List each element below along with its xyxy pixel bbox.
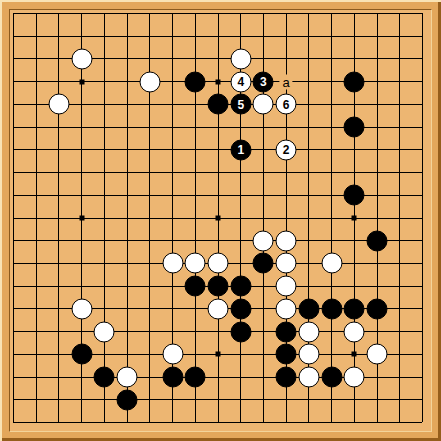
stone-white: [162, 344, 183, 365]
stone-black: [253, 253, 274, 274]
stone-white: [208, 253, 229, 274]
grid-line-vertical: [422, 13, 423, 422]
stone-black: [208, 94, 229, 115]
star-point: [79, 216, 84, 221]
stone-black: [208, 276, 229, 297]
stone-black: [230, 298, 251, 319]
stone-black-move-3: 3: [253, 71, 274, 92]
stone-black: [344, 185, 365, 206]
grid-line-vertical: [399, 13, 400, 422]
stone-black: [321, 298, 342, 319]
grid-line-vertical: [331, 13, 332, 422]
stone-white: [298, 344, 319, 365]
stone-white: [253, 94, 274, 115]
stone-white: [276, 230, 297, 251]
stone-white: [185, 253, 206, 274]
stone-black-move-1: 1: [230, 139, 251, 160]
stone-white: [71, 48, 92, 69]
letter-mark-a: a: [280, 74, 293, 89]
star-point: [79, 79, 84, 84]
stone-white: [208, 298, 229, 319]
stone-white: [48, 94, 69, 115]
stone-white: [94, 321, 115, 342]
stone-black: [185, 367, 206, 388]
stone-black-move-5: 5: [230, 94, 251, 115]
stone-black: [276, 367, 297, 388]
star-point: [352, 352, 357, 357]
stone-white: [344, 321, 365, 342]
go-board-diagram: 435612a: [0, 0, 441, 441]
stone-white: [276, 276, 297, 297]
stone-black: [185, 71, 206, 92]
stone-white: [298, 367, 319, 388]
stone-white-move-2: 2: [276, 139, 297, 160]
stone-white: [71, 298, 92, 319]
stone-black: [367, 230, 388, 251]
stone-black: [185, 276, 206, 297]
star-point: [216, 352, 221, 357]
stone-white: [117, 367, 138, 388]
grid-line-horizontal: [13, 422, 422, 423]
stone-black: [117, 389, 138, 410]
star-point: [352, 216, 357, 221]
stone-black: [298, 298, 319, 319]
star-point: [216, 79, 221, 84]
stone-black: [344, 117, 365, 138]
stone-white: [139, 71, 160, 92]
stone-black: [344, 71, 365, 92]
board-surface: 435612a: [13, 13, 422, 422]
stone-white: [344, 367, 365, 388]
stone-black: [230, 276, 251, 297]
stone-black: [367, 298, 388, 319]
stone-white: [253, 230, 274, 251]
grid-line-horizontal: [13, 399, 422, 400]
stone-black: [94, 367, 115, 388]
stone-black: [71, 344, 92, 365]
stone-black: [321, 367, 342, 388]
stone-black: [162, 367, 183, 388]
star-point: [216, 216, 221, 221]
stone-white: [321, 253, 342, 274]
stone-white: [276, 298, 297, 319]
stone-white: [298, 321, 319, 342]
stone-white: [367, 344, 388, 365]
stone-black: [276, 344, 297, 365]
stone-white: [162, 253, 183, 274]
stone-black: [344, 298, 365, 319]
stone-black: [276, 321, 297, 342]
stone-black: [230, 321, 251, 342]
stone-white: [230, 48, 251, 69]
stone-white-move-6: 6: [276, 94, 297, 115]
stone-white: [276, 253, 297, 274]
stone-white-move-4: 4: [230, 71, 251, 92]
grid-line-horizontal: [13, 240, 422, 241]
